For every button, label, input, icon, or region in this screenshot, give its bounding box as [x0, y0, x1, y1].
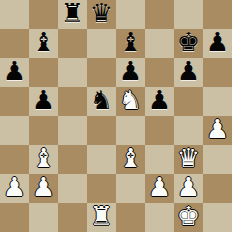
square-f5[interactable]: ♟ — [145, 87, 174, 116]
square-g8[interactable] — [174, 0, 203, 29]
white-pawn[interactable]: ♟ — [32, 173, 55, 202]
square-h7[interactable]: ♟ — [203, 29, 232, 58]
square-d6[interactable] — [87, 58, 116, 87]
square-b7[interactable]: ♝ — [29, 29, 58, 58]
square-e6[interactable]: ♟ — [116, 58, 145, 87]
square-e7[interactable]: ♝ — [116, 29, 145, 58]
square-d4[interactable] — [87, 116, 116, 145]
square-e3[interactable]: ♝ — [116, 145, 145, 174]
square-c3[interactable] — [58, 145, 87, 174]
black-knight[interactable]: ♞ — [90, 86, 113, 115]
square-e5[interactable]: ♞ — [116, 87, 145, 116]
square-d1[interactable]: ♜ — [87, 203, 116, 232]
square-b6[interactable] — [29, 58, 58, 87]
square-e1[interactable] — [116, 203, 145, 232]
square-g3[interactable]: ♛ — [174, 145, 203, 174]
square-c6[interactable] — [58, 58, 87, 87]
black-pawn[interactable]: ♟ — [119, 57, 142, 86]
square-f8[interactable] — [145, 0, 174, 29]
square-f4[interactable] — [145, 116, 174, 145]
square-g6[interactable]: ♟ — [174, 58, 203, 87]
square-a2[interactable]: ♟ — [0, 174, 29, 203]
white-pawn[interactable]: ♟ — [148, 173, 171, 202]
black-bishop[interactable]: ♝ — [119, 28, 142, 57]
square-d8[interactable]: ♛ — [87, 0, 116, 29]
square-b5[interactable]: ♟ — [29, 87, 58, 116]
black-pawn[interactable]: ♟ — [148, 86, 171, 115]
black-bishop[interactable]: ♝ — [32, 28, 55, 57]
square-g5[interactable] — [174, 87, 203, 116]
square-h5[interactable] — [203, 87, 232, 116]
square-a5[interactable] — [0, 87, 29, 116]
square-g7[interactable]: ♚ — [174, 29, 203, 58]
square-h2[interactable] — [203, 174, 232, 203]
square-d3[interactable] — [87, 145, 116, 174]
square-a8[interactable] — [0, 0, 29, 29]
square-f7[interactable] — [145, 29, 174, 58]
square-f1[interactable] — [145, 203, 174, 232]
square-c8[interactable]: ♜ — [58, 0, 87, 29]
square-g2[interactable]: ♟ — [174, 174, 203, 203]
white-pawn[interactable]: ♟ — [3, 173, 26, 202]
square-c4[interactable] — [58, 116, 87, 145]
white-bishop[interactable]: ♝ — [32, 144, 55, 173]
square-c5[interactable] — [58, 87, 87, 116]
black-queen[interactable]: ♛ — [90, 0, 113, 28]
square-b1[interactable] — [29, 203, 58, 232]
square-h6[interactable] — [203, 58, 232, 87]
square-f6[interactable] — [145, 58, 174, 87]
square-a1[interactable] — [0, 203, 29, 232]
square-a4[interactable] — [0, 116, 29, 145]
square-b8[interactable] — [29, 0, 58, 29]
black-rook[interactable]: ♜ — [61, 0, 84, 28]
square-a3[interactable] — [0, 145, 29, 174]
black-pawn[interactable]: ♟ — [3, 57, 26, 86]
square-e8[interactable] — [116, 0, 145, 29]
square-f3[interactable] — [145, 145, 174, 174]
black-pawn[interactable]: ♟ — [177, 57, 200, 86]
white-rook[interactable]: ♜ — [90, 202, 113, 231]
square-e4[interactable] — [116, 116, 145, 145]
square-c1[interactable] — [58, 203, 87, 232]
white-knight[interactable]: ♞ — [119, 86, 142, 115]
square-g1[interactable]: ♚ — [174, 203, 203, 232]
square-d5[interactable]: ♞ — [87, 87, 116, 116]
square-g4[interactable] — [174, 116, 203, 145]
square-e2[interactable] — [116, 174, 145, 203]
white-pawn[interactable]: ♟ — [177, 173, 200, 202]
square-d7[interactable] — [87, 29, 116, 58]
square-b3[interactable]: ♝ — [29, 145, 58, 174]
chess-board: ♜♛♝♝♚♟♟♟♟♟♞♞♟♟♝♝♛♟♟♟♟♜♚ — [0, 0, 232, 232]
square-h3[interactable] — [203, 145, 232, 174]
square-b2[interactable]: ♟ — [29, 174, 58, 203]
square-f2[interactable]: ♟ — [145, 174, 174, 203]
square-d2[interactable] — [87, 174, 116, 203]
square-h8[interactable] — [203, 0, 232, 29]
square-c7[interactable] — [58, 29, 87, 58]
square-h1[interactable] — [203, 203, 232, 232]
white-queen[interactable]: ♛ — [177, 144, 200, 173]
black-pawn[interactable]: ♟ — [206, 28, 229, 57]
black-king[interactable]: ♚ — [177, 28, 200, 57]
square-h4[interactable]: ♟ — [203, 116, 232, 145]
square-c2[interactable] — [58, 174, 87, 203]
black-pawn[interactable]: ♟ — [32, 86, 55, 115]
square-a7[interactable] — [0, 29, 29, 58]
white-pawn[interactable]: ♟ — [206, 115, 229, 144]
square-b4[interactable] — [29, 116, 58, 145]
square-a6[interactable]: ♟ — [0, 58, 29, 87]
white-king[interactable]: ♚ — [177, 202, 200, 231]
white-bishop[interactable]: ♝ — [119, 144, 142, 173]
